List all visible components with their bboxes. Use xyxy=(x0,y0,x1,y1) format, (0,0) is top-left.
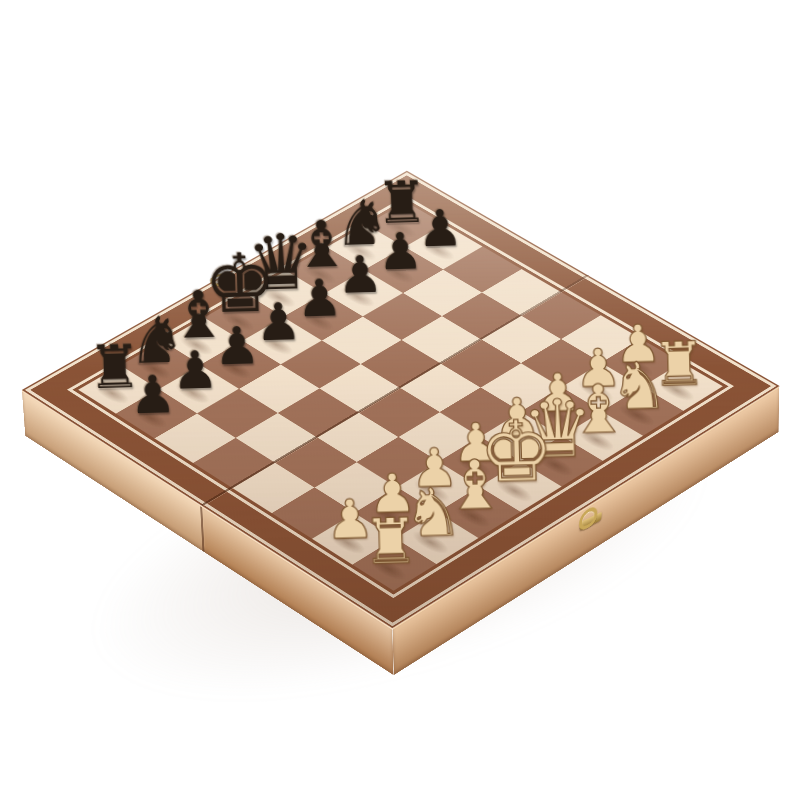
black-pawn-glyph: ♟ xyxy=(171,343,219,396)
black-pawn-glyph: ♟ xyxy=(417,202,464,254)
black-pawn-glyph: ♟ xyxy=(254,295,301,348)
chess-board-box: ♜♟♟♜♞♟♟♞♝♟♟♝♛♟♟♛♚♟♟♚♝♟♟♝♞♟♟♞♜♟♟♜ xyxy=(22,171,780,629)
black-pawn-glyph: ♟ xyxy=(128,368,176,421)
board-tilt-wrapper: ♜♟♟♜♞♟♟♞♝♟♟♝♛♟♟♛♚♟♟♚♝♟♟♝♞♟♟♞♜♟♟♜ xyxy=(0,0,800,800)
board-top-face: ♜♟♟♜♞♟♟♞♝♟♟♝♛♟♟♛♚♟♟♚♝♟♟♝♞♟♟♞♜♟♟♜ xyxy=(22,171,780,629)
black-pawn-glyph: ♟ xyxy=(213,319,261,372)
black-pawn-glyph: ♟ xyxy=(377,225,424,277)
black-pawn-glyph: ♟ xyxy=(296,272,343,324)
black-pawn-glyph: ♟ xyxy=(336,248,383,300)
white-rook-glyph: ♜ xyxy=(362,509,420,573)
product-photo-stage: ♜♟♟♜♞♟♟♞♝♟♟♝♛♟♟♛♚♟♟♚♝♟♟♝♞♟♟♞♜♟♟♜ xyxy=(0,0,800,800)
fold-seam-side xyxy=(200,506,204,552)
